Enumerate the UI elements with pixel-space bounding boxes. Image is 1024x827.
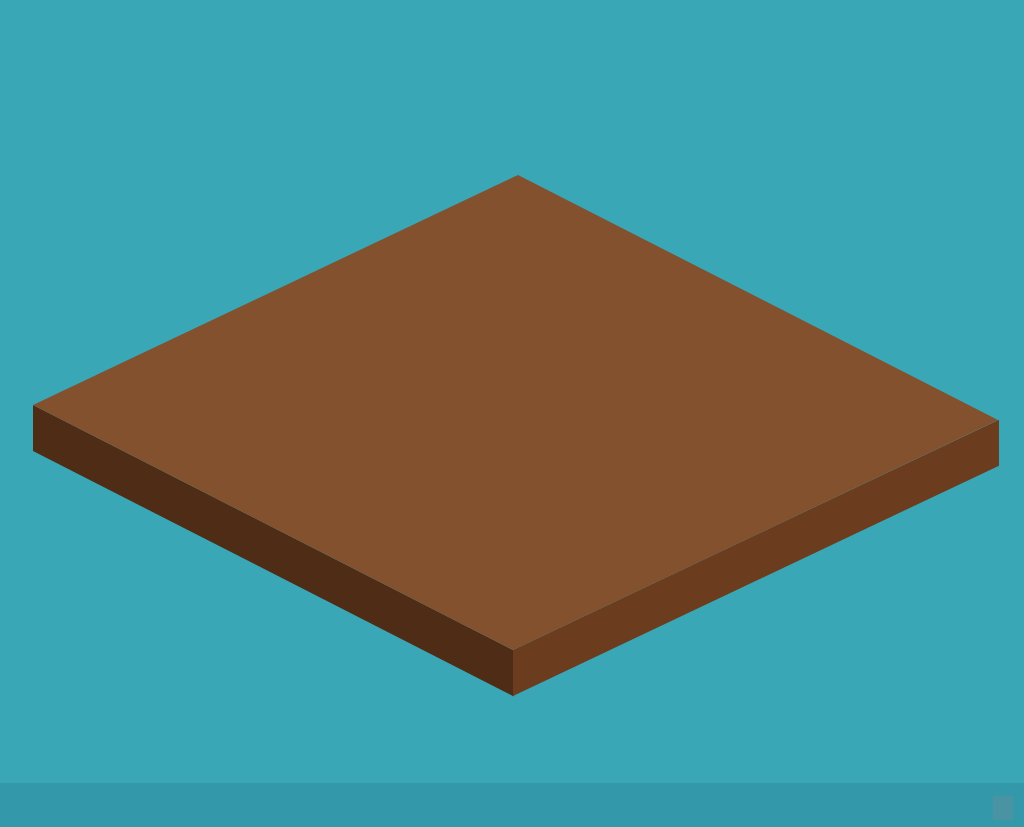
watermark-bar xyxy=(0,783,1024,827)
chess-board xyxy=(33,175,998,650)
image-id-badge xyxy=(993,796,1013,820)
stage xyxy=(0,0,1024,827)
